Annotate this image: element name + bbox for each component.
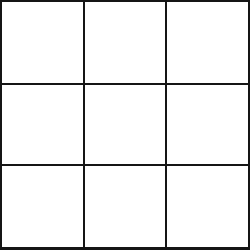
box-divider-horizontal-1: [2, 83, 248, 85]
box-divider-horizontal-2: [2, 164, 248, 166]
box-divider-vertical-1: [83, 2, 85, 247]
sudoku-board: [0, 0, 250, 250]
box-divider-vertical-2: [165, 2, 167, 247]
